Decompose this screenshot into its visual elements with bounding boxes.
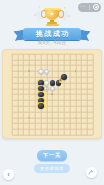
sparkle-icon: ✦ — [33, 13, 37, 18]
black-stone — [61, 74, 66, 79]
ribbon-center: 挑战成功 — [23, 28, 81, 41]
share-icon — [88, 169, 95, 176]
star-point — [28, 70, 30, 72]
gomoku-board: 42 — [2, 49, 102, 139]
board-cell[interactable] — [61, 74, 67, 80]
trophy-base — [46, 24, 59, 26]
more-menu-icon[interactable]: ··· — [80, 4, 86, 9]
black-stone-winning — [38, 98, 43, 103]
board-cell[interactable] — [38, 68, 44, 74]
star-point — [52, 94, 54, 96]
black-stone-winning — [38, 80, 43, 85]
trophy-cup: ★ — [45, 10, 59, 20]
next-level-button[interactable]: 下一关 — [37, 150, 67, 161]
board-cell[interactable] — [38, 80, 44, 86]
back-button[interactable]: ‹ — [3, 169, 14, 180]
view-group-ranking-button[interactable]: 查看群排名 — [34, 164, 70, 173]
board-cell[interactable] — [38, 97, 44, 103]
white-stone — [44, 80, 49, 85]
black-stone-winning — [38, 86, 43, 91]
close-minimize-icon[interactable] — [93, 4, 99, 10]
back-chevron-icon: ‹ — [7, 171, 9, 178]
black-stone — [50, 80, 55, 85]
board-cell[interactable] — [38, 92, 44, 98]
board-cell[interactable]: 4 — [55, 80, 61, 86]
capsule-divider — [89, 5, 90, 10]
board-cell[interactable] — [90, 132, 96, 138]
board-cell[interactable] — [50, 80, 56, 86]
board-cell[interactable] — [38, 103, 44, 109]
white-stone — [44, 69, 49, 74]
white-stone: 2 — [44, 86, 49, 91]
sparkle-icon: ✦ — [38, 6, 41, 9]
move-number-badge: 4 — [59, 79, 63, 83]
star-icon: ★ — [49, 10, 55, 18]
board-grid: 42 — [9, 51, 96, 138]
sparkle-icon: ✦ — [63, 7, 66, 10]
black-stone: 4 — [56, 80, 61, 85]
share-button[interactable] — [86, 167, 97, 178]
white-stone — [50, 86, 55, 91]
wechat-capsule: ··· — [78, 3, 101, 12]
black-stone-winning — [38, 103, 43, 108]
star-point — [75, 70, 77, 72]
black-stone-winning — [38, 92, 43, 97]
sparkle-icon: ✦ — [67, 14, 71, 19]
star-point — [28, 117, 30, 119]
white-stone — [38, 69, 43, 74]
star-point — [75, 117, 77, 119]
level-round-subtitle: 第8关, 4回合 — [0, 40, 104, 45]
move-number-badge: 2 — [46, 87, 48, 91]
result-title: 挑战成功 — [36, 29, 70, 39]
